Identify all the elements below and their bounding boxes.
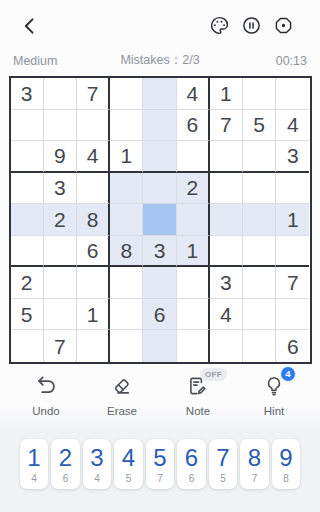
cell-r7c2[interactable] xyxy=(44,267,77,299)
cell-r1c2[interactable] xyxy=(44,78,77,110)
numpad-digit: 8 xyxy=(248,446,261,470)
cell-r1c4[interactable] xyxy=(110,78,143,110)
cell-r7c4[interactable] xyxy=(110,267,143,299)
cell-r7c9[interactable]: 7 xyxy=(276,267,309,299)
numpad-key-2[interactable]: 26 xyxy=(51,439,80,489)
cell-r9c1[interactable] xyxy=(11,330,44,362)
cell-r1c6[interactable]: 4 xyxy=(177,78,210,110)
cell-r4c2[interactable]: 3 xyxy=(44,173,77,205)
note-icon: OFF xyxy=(186,374,210,398)
cell-r8c5[interactable]: 6 xyxy=(143,299,176,331)
cell-r4c8[interactable] xyxy=(243,173,276,205)
cell-r4c1[interactable] xyxy=(11,173,44,205)
numpad-key-8[interactable]: 87 xyxy=(240,439,269,489)
numpad-remaining-count: 6 xyxy=(63,474,69,484)
cell-r9c8[interactable] xyxy=(243,330,276,362)
palette-icon xyxy=(209,15,230,36)
cell-r3c5[interactable] xyxy=(143,141,176,173)
numpad-digit: 4 xyxy=(122,446,135,470)
cell-r6c6[interactable]: 1 xyxy=(177,236,210,268)
cell-r2c1[interactable] xyxy=(11,110,44,142)
numpad-remaining-count: 4 xyxy=(94,474,100,484)
note-off-badge: OFF xyxy=(200,368,227,381)
cell-r7c7[interactable]: 3 xyxy=(210,267,243,299)
cell-r7c3[interactable] xyxy=(77,267,110,299)
cell-r3c6[interactable] xyxy=(177,141,210,173)
cell-r6c7[interactable] xyxy=(210,236,243,268)
cell-r2c4[interactable] xyxy=(110,110,143,142)
cell-r3c8[interactable] xyxy=(243,141,276,173)
sudoku-app: Medium Mistakes：2/3 00:13 37416754941332… xyxy=(0,0,320,512)
cell-r8c2[interactable] xyxy=(44,299,77,331)
cell-r6c5[interactable]: 3 xyxy=(143,236,176,268)
mistakes-label: Mistakes：2/3 xyxy=(120,52,199,69)
numpad-key-6[interactable]: 66 xyxy=(177,439,206,489)
note-label: Note xyxy=(186,405,210,417)
cell-r8c9[interactable] xyxy=(276,299,309,331)
cell-r3c3[interactable]: 4 xyxy=(77,141,110,173)
numpad-remaining-count: 4 xyxy=(31,474,37,484)
pause-icon xyxy=(241,15,262,36)
numpad-digit: 6 xyxy=(185,446,198,470)
cell-r3c2[interactable]: 9 xyxy=(44,141,77,173)
hint-bulb-icon: 4 xyxy=(262,374,286,398)
chevron-left-icon xyxy=(20,16,40,36)
sudoku-board[interactable]: 374167549413322816831237516476 xyxy=(9,76,312,364)
cell-r7c8[interactable] xyxy=(243,267,276,299)
cell-r8c4[interactable] xyxy=(110,299,143,331)
cell-r5c2[interactable]: 2 xyxy=(44,204,77,236)
cell-r9c7[interactable] xyxy=(210,330,243,362)
cell-r1c5[interactable] xyxy=(143,78,176,110)
cell-r8c8[interactable] xyxy=(243,299,276,331)
cell-r5c1[interactable] xyxy=(11,204,44,236)
cell-r4c6[interactable]: 2 xyxy=(177,173,210,205)
numpad-remaining-count: 5 xyxy=(220,474,226,484)
theme-palette-button[interactable] xyxy=(209,15,230,36)
cell-r9c2[interactable]: 7 xyxy=(44,330,77,362)
cell-r6c4[interactable]: 8 xyxy=(110,236,143,268)
settings-button[interactable] xyxy=(273,15,294,36)
numpad-digit: 5 xyxy=(153,446,166,470)
top-right-icons xyxy=(209,15,294,36)
back-button[interactable] xyxy=(20,16,40,36)
toolbar: Undo Erase OFF Note xyxy=(0,374,320,417)
cell-r9c4[interactable] xyxy=(110,330,143,362)
eraser-icon xyxy=(110,374,134,398)
erase-button[interactable]: Erase xyxy=(87,374,157,417)
cell-r8c3[interactable]: 1 xyxy=(77,299,110,331)
note-button[interactable]: OFF Note xyxy=(163,374,233,417)
cell-r2c9[interactable]: 4 xyxy=(276,110,309,142)
cell-r4c3[interactable] xyxy=(77,173,110,205)
cell-r9c9[interactable]: 6 xyxy=(276,330,309,362)
cell-r2c6[interactable]: 6 xyxy=(177,110,210,142)
numpad-digit: 9 xyxy=(279,446,292,470)
numpad-remaining-count: 5 xyxy=(126,474,132,484)
numpad-key-3[interactable]: 34 xyxy=(83,439,112,489)
difficulty-label: Medium xyxy=(13,54,57,68)
numpad-digit: 3 xyxy=(90,446,103,470)
cell-r9c6[interactable] xyxy=(177,330,210,362)
cell-r4c4[interactable] xyxy=(110,173,143,205)
numpad-digit: 7 xyxy=(216,446,229,470)
hint-count-badge: 4 xyxy=(281,367,295,381)
cell-r4c9[interactable] xyxy=(276,173,309,205)
cell-r2c7[interactable]: 7 xyxy=(210,110,243,142)
undo-label: Undo xyxy=(32,405,60,417)
cell-r2c3[interactable] xyxy=(77,110,110,142)
cell-r5c3[interactable]: 8 xyxy=(77,204,110,236)
hint-button[interactable]: 4 Hint xyxy=(239,374,309,417)
cell-r8c1[interactable]: 5 xyxy=(11,299,44,331)
undo-button[interactable]: Undo xyxy=(11,374,81,417)
cell-r3c9[interactable]: 3 xyxy=(276,141,309,173)
cell-r4c7[interactable] xyxy=(210,173,243,205)
cell-r2c2[interactable] xyxy=(44,110,77,142)
cell-r3c7[interactable] xyxy=(210,141,243,173)
numpad-remaining-count: 7 xyxy=(252,474,258,484)
cell-r8c6[interactable] xyxy=(177,299,210,331)
cell-r6c2[interactable] xyxy=(44,236,77,268)
undo-icon xyxy=(34,374,58,398)
status-bar: Medium Mistakes：2/3 00:13 xyxy=(0,52,320,69)
cell-r3c4[interactable]: 1 xyxy=(110,141,143,173)
pause-button[interactable] xyxy=(241,15,262,36)
numpad: 142634455766758798 xyxy=(0,439,320,489)
cell-r3c1[interactable] xyxy=(11,141,44,173)
cell-r6c1[interactable] xyxy=(11,236,44,268)
cell-r5c9[interactable]: 1 xyxy=(276,204,309,236)
numpad-key-7[interactable]: 75 xyxy=(209,439,238,489)
cell-r5c8[interactable] xyxy=(243,204,276,236)
numpad-key-5[interactable]: 57 xyxy=(146,439,175,489)
cell-r4c5[interactable] xyxy=(143,173,176,205)
cell-r5c6[interactable] xyxy=(177,204,210,236)
top-bar xyxy=(0,0,320,40)
numpad-remaining-count: 8 xyxy=(283,474,289,484)
hint-label: Hint xyxy=(264,405,284,417)
cell-r2c5[interactable] xyxy=(143,110,176,142)
numpad-digit: 1 xyxy=(27,446,40,470)
cell-r1c7[interactable]: 1 xyxy=(210,78,243,110)
timer-label: 00:13 xyxy=(276,54,307,68)
numpad-remaining-count: 6 xyxy=(189,474,195,484)
cell-r2c8[interactable]: 5 xyxy=(243,110,276,142)
cell-r6c3[interactable]: 6 xyxy=(77,236,110,268)
cell-r5c5[interactable] xyxy=(143,204,176,236)
cell-r1c8[interactable] xyxy=(243,78,276,110)
cell-r8c7[interactable]: 4 xyxy=(210,299,243,331)
numpad-digit: 2 xyxy=(59,446,72,470)
cell-r7c5[interactable] xyxy=(143,267,176,299)
cell-r7c6[interactable] xyxy=(177,267,210,299)
numpad-key-9[interactable]: 98 xyxy=(272,439,301,489)
cell-r5c4[interactable] xyxy=(110,204,143,236)
erase-label: Erase xyxy=(107,405,137,417)
cell-r9c3[interactable] xyxy=(77,330,110,362)
cell-r6c9[interactable] xyxy=(276,236,309,268)
cell-r9c5[interactable] xyxy=(143,330,176,362)
settings-octagon-icon xyxy=(273,15,294,36)
cell-r6c8[interactable] xyxy=(243,236,276,268)
cell-r1c1[interactable]: 3 xyxy=(11,78,44,110)
numpad-remaining-count: 7 xyxy=(157,474,163,484)
numpad-key-1[interactable]: 14 xyxy=(20,439,49,489)
cell-r1c9[interactable] xyxy=(276,78,309,110)
cell-r1c3[interactable]: 7 xyxy=(77,78,110,110)
numpad-key-4[interactable]: 45 xyxy=(114,439,143,489)
cell-r7c1[interactable]: 2 xyxy=(11,267,44,299)
cell-r5c7[interactable] xyxy=(210,204,243,236)
